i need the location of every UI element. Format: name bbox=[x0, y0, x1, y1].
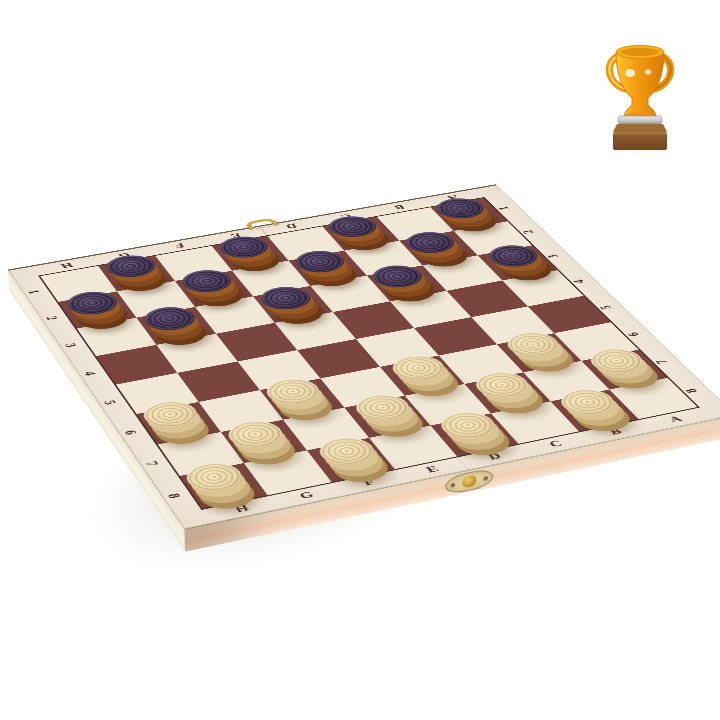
light-checker-F6[interactable] bbox=[260, 375, 327, 408]
square-D8[interactable] bbox=[430, 413, 518, 456]
light-checker-A7[interactable] bbox=[582, 345, 651, 377]
file-label-top-F: F bbox=[173, 242, 186, 249]
folding-board-box: HH11GG22FF33EE44DD55CC66BB77AA88 bbox=[8, 184, 720, 529]
file-label-top-H: H bbox=[59, 262, 74, 270]
square-D6[interactable] bbox=[380, 356, 464, 396]
file-label-bottom-B: B bbox=[607, 427, 624, 436]
light-checker-E7[interactable] bbox=[348, 391, 417, 424]
rank-label-left-8: 8 bbox=[165, 492, 184, 499]
rank-label-right-2: 2 bbox=[520, 229, 536, 234]
rank-label-left-4: 4 bbox=[81, 370, 98, 376]
clasp-screw bbox=[451, 483, 456, 488]
square-B7[interactable] bbox=[523, 361, 609, 401]
rank-label-right-5: 5 bbox=[597, 305, 614, 311]
rank-label-left-1: 1 bbox=[25, 289, 41, 295]
rank-label-right-3: 3 bbox=[545, 254, 561, 259]
light-checker-B8[interactable] bbox=[553, 386, 623, 419]
board-stage: HH11GG22FF33EE44DD55CC66BB77AA88 bbox=[77, 60, 635, 618]
file-label-top-B: B bbox=[393, 204, 407, 211]
light-checker-G7[interactable] bbox=[221, 417, 290, 451]
square-H7[interactable] bbox=[158, 432, 244, 476]
file-label-bottom-D: D bbox=[486, 451, 504, 461]
light-checker-H8[interactable] bbox=[179, 459, 249, 495]
square-G5[interactable] bbox=[177, 361, 260, 401]
square-H8[interactable] bbox=[180, 463, 268, 509]
rank-label-right-8: 8 bbox=[682, 388, 700, 394]
square-G4[interactable] bbox=[156, 334, 237, 373]
light-checker-C7[interactable] bbox=[468, 369, 537, 402]
product-photo-canvas: HH11GG22FF33EE44DD55CC66BB77AA88 bbox=[0, 0, 720, 720]
square-F5[interactable] bbox=[238, 350, 321, 390]
clasp-screw bbox=[483, 476, 488, 481]
square-E6[interactable] bbox=[320, 367, 404, 408]
square-H4[interactable] bbox=[96, 345, 177, 385]
rank-label-left-5: 5 bbox=[101, 399, 119, 405]
square-E7[interactable] bbox=[344, 396, 430, 438]
square-G8[interactable] bbox=[244, 450, 332, 495]
square-A8[interactable] bbox=[609, 378, 697, 419]
square-B6[interactable] bbox=[497, 333, 581, 372]
rank-label-right-4: 4 bbox=[570, 279, 587, 285]
square-F7[interactable] bbox=[283, 408, 369, 451]
square-B8[interactable] bbox=[551, 390, 639, 432]
square-H5[interactable] bbox=[116, 373, 199, 414]
file-label-bottom-F: F bbox=[361, 477, 377, 487]
square-E8[interactable] bbox=[369, 426, 457, 470]
light-checker-F8[interactable] bbox=[312, 434, 382, 469]
file-label-bottom-C: C bbox=[547, 439, 565, 449]
file-label-bottom-G: G bbox=[297, 490, 315, 500]
rank-label-left-3: 3 bbox=[62, 342, 79, 348]
light-checker-D6[interactable] bbox=[385, 352, 452, 384]
clasp-knob bbox=[462, 474, 476, 489]
square-A7[interactable] bbox=[581, 350, 667, 390]
rank-label-left-2: 2 bbox=[43, 315, 60, 321]
file-label-bottom-A: A bbox=[666, 414, 684, 423]
square-F8[interactable] bbox=[307, 438, 395, 482]
perspective-scene: HH11GG22FF33EE44DD55CC66BB77AA88 bbox=[77, 60, 635, 618]
square-F6[interactable] bbox=[260, 378, 344, 419]
rank-label-right-6: 6 bbox=[624, 331, 641, 337]
square-D7[interactable] bbox=[405, 384, 491, 426]
file-label-bottom-H: H bbox=[233, 503, 251, 514]
rank-label-right-1: 1 bbox=[495, 206, 511, 211]
rank-label-right-7: 7 bbox=[653, 359, 670, 365]
square-C8[interactable] bbox=[491, 401, 579, 443]
light-checker-D8[interactable] bbox=[433, 408, 503, 442]
square-H6[interactable] bbox=[137, 402, 221, 444]
file-label-bottom-E: E bbox=[424, 464, 441, 474]
rank-label-left-6: 6 bbox=[121, 429, 139, 436]
file-label-top-D: D bbox=[284, 222, 299, 229]
square-C7[interactable] bbox=[464, 372, 550, 413]
trophy-icon bbox=[604, 42, 676, 154]
square-E5[interactable] bbox=[297, 339, 380, 378]
board-surface: HH11GG22FF33EE44DD55CC66BB77AA88 bbox=[8, 184, 720, 529]
square-G7[interactable] bbox=[221, 420, 307, 463]
square-C6[interactable] bbox=[439, 344, 523, 384]
square-G6[interactable] bbox=[199, 390, 283, 432]
rank-label-left-7: 7 bbox=[143, 460, 161, 467]
light-checker-H6[interactable] bbox=[137, 398, 204, 432]
